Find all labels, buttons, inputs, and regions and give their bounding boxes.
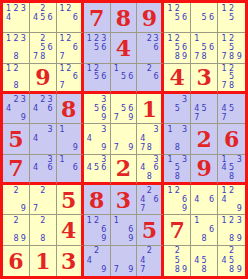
cell-r8c9[interactable]: 12389 (218, 215, 245, 245)
pencil-mark-3: 3 (20, 4, 27, 13)
cell-r8c5[interactable]: 169 (111, 215, 138, 245)
pencil-marks: 247 (137, 246, 161, 276)
cell-r4c3[interactable]: 8 (57, 94, 84, 124)
pencil-marks: 457 (191, 94, 217, 123)
pencil-mark-7: 7 (139, 204, 146, 213)
pencil-marks: 34 (30, 124, 56, 153)
pencil-mark-6: 6 (153, 43, 160, 52)
pencil-mark-6: 6 (46, 43, 53, 52)
cell-value: 8 (111, 3, 137, 32)
pencil-mark-1: 1 (5, 34, 12, 43)
cell-value: 2 (191, 124, 217, 153)
pencil-mark-3: 3 (153, 125, 160, 134)
pencil-mark-2: 2 (12, 186, 19, 195)
pencil-mark-1: 1 (59, 156, 66, 164)
pencil-mark-3: 3 (181, 125, 188, 134)
pencil-mark-1: 1 (113, 65, 120, 73)
cell-value: 4 (111, 33, 137, 62)
pencil-mark-2: 2 (146, 247, 153, 256)
pencil-mark-6: 6 (208, 195, 215, 204)
pencil-mark-6: 6 (127, 73, 134, 81)
pencil-mark-5: 5 (93, 104, 100, 113)
pencil-marks: 26 (137, 64, 161, 91)
cell-r7c5[interactable]: 3 (111, 185, 138, 215)
cell-r6c3[interactable]: 16 (57, 155, 84, 185)
pencil-mark-3: 3 (20, 34, 27, 43)
pencil-mark-7: 7 (220, 82, 228, 90)
cell-r2c8[interactable]: 15678 (191, 33, 218, 63)
pencil-mark-6: 6 (46, 164, 53, 172)
pencil-marks: 12578 (218, 64, 245, 91)
cell-r5c5[interactable]: 79 (111, 124, 138, 154)
pencil-mark-1: 1 (59, 65, 66, 73)
cell-r1c8[interactable]: 56 (191, 3, 218, 33)
cell-value: 7 (164, 215, 190, 244)
pencil-mark-8: 8 (12, 53, 19, 62)
cell-r5c7[interactable]: 138 (164, 124, 191, 154)
pencil-mark-2: 2 (39, 95, 46, 104)
cell-r7c2[interactable]: 27 (30, 185, 57, 215)
pencil-mark-7: 7 (113, 113, 120, 122)
pencil-marks: 46 (191, 185, 217, 214)
cell-r9c2[interactable]: 1 (30, 246, 57, 276)
cell-value: 2 (111, 155, 137, 182)
cell-r6c1[interactable]: 7 (3, 155, 30, 185)
pencil-mark-2: 2 (39, 186, 46, 195)
cell-value: 6 (218, 124, 245, 153)
pencil-mark-3: 3 (46, 125, 53, 134)
pencil-mark-2: 2 (174, 186, 181, 195)
pencil-mark-4: 4 (5, 13, 12, 22)
cell-value: 7 (3, 155, 29, 182)
pencil-mark-9: 9 (100, 235, 107, 244)
cell-r2c6[interactable]: 236 (137, 33, 164, 63)
pencil-mark-9: 9 (127, 235, 134, 244)
pencil-mark-8: 8 (174, 144, 181, 153)
pencil-mark-7: 7 (113, 266, 120, 275)
pencil-mark-6: 6 (46, 104, 53, 113)
pencil-mark-4: 4 (220, 164, 228, 172)
pencil-marks: 156 (111, 64, 137, 91)
cell-r9c3[interactable]: 3 (57, 246, 84, 276)
pencil-mark-3: 3 (46, 95, 53, 104)
cell-r2c3[interactable]: 1267 (57, 33, 84, 63)
pencil-marks: 1358 (164, 155, 190, 182)
pencil-mark-4: 4 (220, 256, 228, 265)
pencil-marks: 24589 (218, 246, 245, 276)
pencil-marks: 2467 (137, 185, 161, 214)
cell-r4c8[interactable]: 457 (191, 94, 218, 124)
pencil-mark-3: 3 (100, 125, 107, 134)
pencil-marks: 458 (191, 246, 217, 276)
pencil-mark-1: 1 (86, 34, 93, 43)
cell-r1c3[interactable]: 126 (57, 3, 84, 33)
pencil-mark-9: 9 (235, 204, 243, 213)
cell-r3c4[interactable]: 1256 (84, 64, 111, 94)
pencil-marks: 125 (218, 3, 245, 32)
pencil-mark-8: 8 (228, 266, 236, 275)
cell-r5c2[interactable]: 34 (30, 124, 57, 154)
pencil-marks: 27 (30, 185, 56, 214)
cell-r8c6[interactable]: 5 (137, 215, 164, 245)
pencil-marks: 3456 (84, 155, 110, 182)
cell-r6c4[interactable]: 3456 (84, 155, 111, 185)
pencil-mark-5: 5 (201, 13, 208, 22)
pencil-mark-5: 5 (174, 13, 181, 22)
pencil-mark-5: 5 (228, 13, 236, 22)
pencil-marks: 349 (84, 124, 110, 153)
pencil-marks: 13458 (218, 155, 245, 182)
pencil-mark-2: 2 (93, 216, 100, 225)
cell-r7c1[interactable]: 29 (3, 185, 30, 215)
cell-r1c9[interactable]: 125 (218, 3, 245, 33)
pencil-mark-1: 1 (193, 216, 200, 225)
pencil-mark-8: 8 (39, 53, 46, 62)
pencil-mark-8: 8 (39, 235, 46, 244)
pencil-mark-7: 7 (32, 204, 39, 213)
pencil-mark-9: 9 (127, 113, 134, 122)
cell-r4c5[interactable]: 5679 (111, 94, 138, 124)
cell-r2c9[interactable]: 125789 (218, 33, 245, 63)
cell-r9c8[interactable]: 458 (191, 246, 218, 276)
pencil-mark-5: 5 (201, 256, 208, 265)
pencil-mark-8: 8 (12, 235, 19, 244)
pencil-mark-2: 2 (12, 4, 19, 13)
pencil-marks: 25678 (30, 33, 56, 62)
pencil-mark-5: 5 (174, 256, 181, 265)
pencil-mark-1: 1 (5, 4, 12, 13)
pencil-mark-7: 7 (59, 53, 66, 62)
pencil-mark-8: 8 (146, 144, 153, 153)
pencil-mark-1: 1 (166, 4, 173, 13)
pencil-marks: 1267 (57, 64, 81, 91)
cell-r9c9[interactable]: 24589 (218, 246, 245, 276)
pencil-marks: 1249 (218, 185, 245, 214)
cell-r1c2[interactable]: 2456 (30, 3, 57, 33)
cell-r4c2[interactable]: 2346 (30, 94, 57, 124)
pencil-marks: 1256 (164, 3, 190, 32)
pencil-mark-3: 3 (181, 95, 188, 104)
pencil-marks: 1256 (84, 64, 110, 91)
pencil-mark-2: 2 (174, 247, 181, 256)
pencil-mark-4: 4 (32, 164, 39, 172)
cell-r2c5[interactable]: 4 (111, 33, 138, 63)
cell-r3c2[interactable]: 9 (30, 64, 57, 94)
pencil-mark-7: 7 (193, 53, 200, 62)
pencil-mark-5: 5 (93, 43, 100, 52)
cell-value: 9 (191, 155, 217, 182)
pencil-mark-4: 4 (86, 256, 93, 265)
pencil-marks: 125689 (164, 33, 190, 62)
sudoku-board: 1234245612678912565612512382567812671235… (0, 0, 248, 279)
pencil-mark-6: 6 (72, 73, 79, 81)
pencil-marks: 289 (3, 215, 29, 244)
cell-r9c1[interactable]: 6 (3, 246, 30, 276)
pencil-mark-2: 2 (146, 65, 153, 73)
pencil-mark-6: 6 (72, 43, 79, 52)
pencil-marks: 28 (30, 215, 56, 244)
cell-r3c9[interactable]: 12578 (218, 64, 245, 94)
pencil-mark-6: 6 (153, 73, 160, 81)
pencil-mark-5: 5 (120, 104, 127, 113)
cell-r2c4[interactable]: 12356 (84, 33, 111, 63)
pencil-mark-8: 8 (228, 82, 236, 90)
pencil-mark-2: 2 (39, 216, 46, 225)
cell-r3c8[interactable]: 3 (191, 64, 218, 94)
pencil-marks: 169 (111, 215, 137, 244)
pencil-mark-5: 5 (93, 164, 100, 172)
cell-r5c8[interactable]: 2 (191, 124, 218, 154)
pencil-mark-8: 8 (174, 173, 181, 181)
pencil-mark-6: 6 (208, 225, 215, 234)
pencil-mark-8: 8 (12, 82, 19, 90)
cell-value: 5 (3, 124, 29, 153)
cell-r4c7[interactable]: 35 (164, 94, 191, 124)
pencil-marks: 1234 (3, 3, 29, 32)
cell-r5c9[interactable]: 6 (218, 124, 245, 154)
pencil-mark-9: 9 (127, 144, 134, 153)
pencil-marks: 3468 (137, 155, 161, 182)
cell-r7c6[interactable]: 2467 (137, 185, 164, 215)
cell-r4c4[interactable]: 3569 (84, 94, 111, 124)
pencil-mark-2: 2 (228, 4, 236, 13)
cell-r8c1[interactable]: 289 (3, 215, 30, 245)
pencil-mark-4: 4 (193, 195, 200, 204)
pencil-mark-4: 4 (139, 195, 146, 204)
pencil-marks: 125789 (218, 33, 245, 62)
cell-r7c3[interactable]: 5 (57, 185, 84, 215)
cell-r2c7[interactable]: 125689 (164, 33, 191, 63)
cell-value: 3 (111, 185, 137, 214)
pencil-marks: 3478 (137, 124, 161, 153)
pencil-mark-3: 3 (20, 95, 27, 104)
pencil-mark-2: 2 (65, 34, 72, 43)
pencil-marks: 79 (111, 124, 137, 153)
cell-value: 7 (84, 3, 110, 32)
pencil-mark-3: 3 (181, 156, 188, 164)
pencil-mark-1: 1 (220, 34, 228, 43)
cell-value: 9 (137, 3, 161, 32)
pencil-mark-7: 7 (113, 144, 120, 153)
pencil-mark-4: 4 (220, 104, 228, 113)
pencil-mark-2: 2 (146, 186, 153, 195)
pencil-mark-5: 5 (93, 73, 100, 81)
pencil-mark-7: 7 (220, 113, 228, 122)
pencil-mark-5: 5 (120, 73, 127, 81)
pencil-marks: 2346 (30, 94, 56, 123)
pencil-marks: 15678 (191, 33, 217, 62)
pencil-mark-1: 1 (5, 65, 12, 73)
pencil-mark-7: 7 (59, 82, 66, 90)
cell-r9c6[interactable]: 247 (137, 246, 164, 276)
cell-value: 3 (191, 64, 217, 91)
pencil-mark-7: 7 (193, 113, 200, 122)
cell-r4c1[interactable]: 2349 (3, 94, 30, 124)
pencil-marks: 16 (57, 155, 81, 182)
pencil-mark-7: 7 (220, 53, 228, 62)
pencil-mark-2: 2 (12, 95, 19, 104)
pencil-mark-9: 9 (235, 53, 243, 62)
pencil-marks: 2349 (3, 94, 29, 123)
pencil-mark-6: 6 (72, 13, 79, 22)
cell-r1c6[interactable]: 9 (137, 3, 164, 33)
pencil-mark-1: 1 (193, 34, 200, 43)
pencil-mark-1: 1 (166, 34, 173, 43)
cell-r9c7[interactable]: 2589 (164, 246, 191, 276)
pencil-mark-6: 6 (181, 13, 188, 22)
pencil-mark-4: 4 (193, 104, 200, 113)
pencil-mark-8: 8 (228, 173, 236, 181)
cell-r5c3[interactable]: 19 (57, 124, 84, 154)
pencil-mark-7: 7 (139, 266, 146, 275)
cell-r2c2[interactable]: 25678 (30, 33, 57, 63)
pencil-marks: 5679 (111, 94, 137, 123)
pencil-mark-8: 8 (228, 53, 236, 62)
pencil-mark-1: 1 (220, 4, 228, 13)
pencil-mark-1: 1 (220, 65, 228, 73)
pencil-marks: 1238 (3, 33, 29, 62)
pencil-marks: 2456 (30, 3, 56, 32)
cell-r6c8[interactable]: 9 (191, 155, 218, 185)
pencil-mark-6: 6 (72, 164, 79, 172)
pencil-mark-4: 4 (193, 256, 200, 265)
pencil-marks: 29 (3, 185, 29, 214)
pencil-mark-8: 8 (174, 53, 181, 62)
pencil-mark-2: 2 (174, 4, 181, 13)
cell-r7c4[interactable]: 8 (84, 185, 111, 215)
cell-r1c1[interactable]: 1234 (3, 3, 30, 33)
pencil-marks: 35 (164, 94, 190, 123)
cell-value: 8 (84, 185, 110, 214)
pencil-mark-1: 1 (86, 216, 93, 225)
cell-r1c4[interactable]: 7 (84, 3, 111, 33)
pencil-mark-4: 4 (139, 164, 146, 172)
pencil-mark-6: 6 (208, 43, 215, 52)
pencil-mark-4: 4 (220, 195, 228, 204)
pencil-mark-1: 1 (166, 156, 173, 164)
pencil-marks: 1267 (57, 33, 81, 62)
pencil-mark-6: 6 (100, 73, 107, 81)
cell-r5c6[interactable]: 3478 (137, 124, 164, 154)
pencil-mark-6: 6 (100, 104, 107, 113)
pencil-mark-6: 6 (181, 195, 188, 204)
pencil-mark-7: 7 (32, 53, 39, 62)
pencil-mark-9: 9 (235, 266, 243, 275)
cell-r6c9[interactable]: 13458 (218, 155, 245, 185)
cell-r7c9[interactable]: 1249 (218, 185, 245, 215)
cell-r8c3[interactable]: 4 (57, 215, 84, 245)
cell-r9c5[interactable]: 79 (111, 246, 138, 276)
pencil-mark-9: 9 (100, 266, 107, 275)
cell-value: 8 (57, 94, 81, 123)
cell-r1c7[interactable]: 1256 (164, 3, 191, 33)
pencil-marks: 126 (57, 3, 81, 32)
pencil-mark-5: 5 (39, 13, 46, 22)
cell-r5c4[interactable]: 349 (84, 124, 111, 154)
pencil-marks: 249 (84, 246, 110, 276)
pencil-mark-2: 2 (39, 4, 46, 13)
pencil-mark-1: 1 (59, 4, 66, 13)
cell-r9c4[interactable]: 249 (84, 246, 111, 276)
cell-value: 3 (57, 246, 81, 276)
pencil-marks: 1269 (164, 185, 190, 214)
pencil-marks: 19 (57, 124, 81, 153)
pencil-mark-8: 8 (201, 266, 208, 275)
pencil-mark-2: 2 (12, 65, 19, 73)
cell-r4c6[interactable]: 1 (137, 94, 164, 124)
cell-r7c8[interactable]: 46 (191, 185, 218, 215)
pencil-mark-6: 6 (153, 164, 160, 172)
cell-r6c2[interactable]: 346 (30, 155, 57, 185)
pencil-mark-8: 8 (228, 235, 236, 244)
pencil-mark-2: 2 (228, 216, 236, 225)
cell-r8c4[interactable]: 1269 (84, 215, 111, 245)
pencil-mark-4: 4 (32, 104, 39, 113)
cell-value: 4 (164, 64, 190, 91)
pencil-mark-9: 9 (100, 144, 107, 153)
pencil-mark-1: 1 (86, 65, 93, 73)
pencil-mark-3: 3 (100, 95, 107, 104)
cell-r3c6[interactable]: 26 (137, 64, 164, 94)
pencil-marks: 79 (111, 246, 137, 276)
pencil-mark-5: 5 (201, 104, 208, 113)
pencil-mark-2: 2 (12, 34, 19, 43)
pencil-mark-8: 8 (174, 266, 181, 275)
cell-value: 6 (3, 246, 29, 276)
cell-r5c1[interactable]: 5 (3, 124, 30, 154)
pencil-mark-6: 6 (100, 164, 107, 172)
cell-value: 4 (57, 215, 81, 244)
cell-r8c2[interactable]: 28 (30, 215, 57, 245)
pencil-mark-6: 6 (127, 104, 134, 113)
pencil-mark-1: 1 (113, 216, 120, 225)
cell-r3c7[interactable]: 4 (164, 64, 191, 94)
cell-r6c7[interactable]: 1358 (164, 155, 191, 185)
pencil-marks: 2589 (164, 246, 190, 276)
pencil-marks: 56 (191, 3, 217, 32)
pencil-mark-6: 6 (100, 43, 107, 52)
pencil-mark-9: 9 (181, 204, 188, 213)
pencil-mark-4: 4 (139, 256, 146, 265)
pencil-mark-2: 2 (228, 247, 236, 256)
cell-r1c5[interactable]: 8 (111, 3, 138, 33)
cell-r8c8[interactable]: 168 (191, 215, 218, 245)
cell-r6c6[interactable]: 3468 (137, 155, 164, 185)
cell-r3c1[interactable]: 128 (3, 64, 30, 94)
pencil-marks: 346 (30, 155, 56, 182)
pencil-mark-2: 2 (146, 34, 153, 43)
cell-r8c7[interactable]: 7 (164, 215, 191, 245)
pencil-mark-2: 2 (93, 247, 100, 256)
cell-r2c1[interactable]: 1238 (3, 33, 30, 63)
pencil-mark-5: 5 (228, 256, 236, 265)
pencil-mark-8: 8 (146, 173, 153, 181)
cell-r4c9[interactable]: 457 (218, 94, 245, 124)
pencil-mark-2: 2 (12, 216, 19, 225)
cell-r3c5[interactable]: 156 (111, 64, 138, 94)
pencil-mark-9: 9 (181, 266, 188, 275)
cell-r7c7[interactable]: 1269 (164, 185, 191, 215)
pencil-marks: 12389 (218, 215, 245, 244)
cell-r3c3[interactable]: 1267 (57, 64, 84, 94)
pencil-mark-8: 8 (201, 235, 208, 244)
pencil-marks: 168 (191, 215, 217, 244)
cell-r6c5[interactable]: 2 (111, 155, 138, 185)
pencil-mark-4: 4 (32, 13, 39, 22)
pencil-marks: 128 (3, 64, 29, 91)
pencil-marks: 457 (218, 94, 245, 123)
pencil-mark-1: 1 (166, 186, 173, 195)
